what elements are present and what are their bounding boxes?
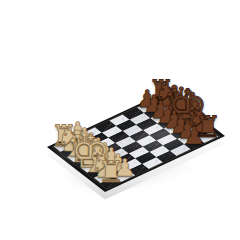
- product-photo-scene: ♜♞♟♝♟♛♟♚♟♝♟♞♟♜♟♟♟♟♜♟♞♟♝♟♛♟♚♟♝♟♞♜: [0, 0, 240, 240]
